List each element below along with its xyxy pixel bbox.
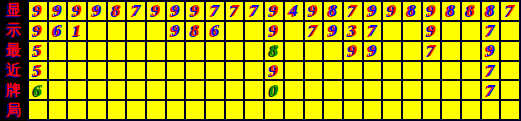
digit: 9 (270, 22, 279, 39)
grid-cell-r4-c3 (68, 62, 86, 80)
grid-cell-r2-c22 (442, 22, 460, 40)
digit: 9 (368, 42, 377, 59)
grid-cell-r3-c13: 8 (265, 42, 283, 60)
grid-cell-r1-c6: 7 (127, 2, 145, 20)
grid-cell-r4-c6 (127, 62, 145, 80)
grid-cell-r2-c4 (88, 22, 106, 40)
grid-cell-r6-c17 (344, 101, 362, 119)
grid-cell-r5-c3 (68, 81, 86, 99)
grid-cell-r5-c15 (305, 81, 323, 99)
grid-cell-r3-c19 (383, 42, 401, 60)
digit: 9 (73, 2, 82, 19)
grid-cell-r1-c13: 9 (265, 2, 283, 20)
grid-cell-r2-c6 (127, 22, 145, 40)
digit: 5 (34, 42, 43, 59)
game-history-grid: 9999879997779498799898887961986979379758… (27, 0, 521, 121)
grid-cell-r5-c2 (49, 81, 67, 99)
grid-cell-r2-c14 (285, 22, 303, 40)
grid-cell-r2-c11 (226, 22, 244, 40)
grid-cell-r5-c23 (462, 81, 480, 99)
grid-cell-r5-c22 (442, 81, 460, 99)
grid-cell-r1-c7: 9 (147, 2, 165, 20)
digit: 9 (34, 2, 43, 19)
grid-cell-r5-c7 (147, 81, 165, 99)
title-char: 最 (0, 40, 27, 60)
grid-cell-r3-c14 (285, 42, 303, 60)
grid-cell-r4-c10 (206, 62, 224, 80)
digit: 1 (73, 22, 82, 39)
grid-cell-r1-c16: 8 (324, 2, 342, 20)
digit: 9 (348, 42, 357, 59)
grid-cell-r4-c11 (226, 62, 244, 80)
grid-cell-r4-c14 (285, 62, 303, 80)
digit: 8 (191, 22, 200, 39)
grid-cell-r6-c12 (245, 101, 263, 119)
grid-cell-r3-c6 (127, 42, 145, 60)
grid-cell-r1-c12: 7 (245, 2, 263, 20)
grid-cell-r6-c15 (305, 101, 323, 119)
digit: 6 (211, 22, 220, 39)
grid-cell-r2-c21: 9 (423, 22, 441, 40)
grid-cell-r5-c21 (423, 81, 441, 99)
grid-cell-r5-c14 (285, 81, 303, 99)
grid-cell-r6-c18 (364, 101, 382, 119)
digit: 7 (506, 2, 515, 19)
grid-cell-r1-c23: 8 (462, 2, 480, 20)
digit: 7 (230, 2, 239, 19)
grid-cell-r4-c15 (305, 62, 323, 80)
digit: 9 (368, 2, 377, 19)
grid-cell-r2-c8: 9 (167, 22, 185, 40)
grid-cell-r1-c10: 7 (206, 2, 224, 20)
grid-cell-r6-c3 (68, 101, 86, 119)
digit: 9 (388, 2, 397, 19)
grid-cell-r4-c1: 5 (29, 62, 47, 80)
grid-cell-r1-c9: 9 (186, 2, 204, 20)
grid-cell-r4-c9 (186, 62, 204, 80)
grid-cell-r3-c24: 9 (482, 42, 500, 60)
grid-cell-r5-c10 (206, 81, 224, 99)
grid-cell-r2-c16: 9 (324, 22, 342, 40)
grid-cell-r1-c18: 9 (364, 2, 382, 20)
grid-cell-r2-c25 (501, 22, 519, 40)
grid-cell-r3-c8 (167, 42, 185, 60)
grid-cell-r5-c25 (501, 81, 519, 99)
grid-cell-r1-c21: 9 (423, 2, 441, 20)
grid-cell-r6-c10 (206, 101, 224, 119)
grid-cell-r4-c19 (383, 62, 401, 80)
digit: 9 (329, 22, 338, 39)
grid-cell-r5-c16 (324, 81, 342, 99)
grid-cell-r4-c17 (344, 62, 362, 80)
grid-cell-r6-c1 (29, 101, 47, 119)
digit: 7 (486, 22, 495, 39)
grid-cell-r6-c23 (462, 101, 480, 119)
grid-cell-r5-c11 (226, 81, 244, 99)
grid-cell-r3-c17: 9 (344, 42, 362, 60)
grid-cell-r1-c19: 9 (383, 2, 401, 20)
grid-cell-r6-c2 (49, 101, 67, 119)
grid-cell-r2-c24: 7 (482, 22, 500, 40)
grid-cell-r1-c5: 8 (108, 2, 126, 20)
grid-cell-r5-c4 (88, 81, 106, 99)
grid-cell-r4-c21 (423, 62, 441, 80)
grid-cell-r4-c22 (442, 62, 460, 80)
grid-cell-r4-c13: 9 (265, 62, 283, 80)
digit: 8 (408, 2, 417, 19)
title-char: 显 (0, 0, 27, 20)
grid-cell-r6-c13 (265, 101, 283, 119)
digit: 8 (112, 2, 121, 19)
grid-cell-r5-c12 (245, 81, 263, 99)
grid-cell-r1-c20: 8 (403, 2, 421, 20)
grid-cell-r3-c4 (88, 42, 106, 60)
digit: 8 (467, 2, 476, 19)
grid-cell-r6-c20 (403, 101, 421, 119)
grid-cell-r1-c11: 7 (226, 2, 244, 20)
digit: 6 (53, 22, 62, 39)
grid-cell-r3-c25 (501, 42, 519, 60)
grid-cell-r6-c7 (147, 101, 165, 119)
grid-cell-r1-c4: 9 (88, 2, 106, 20)
digit: 3 (348, 22, 357, 39)
grid-cell-r1-c22: 8 (442, 2, 460, 20)
grid-cell-r4-c23 (462, 62, 480, 80)
grid-cell-r2-c12 (245, 22, 263, 40)
grid-cell-r6-c9 (186, 101, 204, 119)
grid-cell-r4-c16 (324, 62, 342, 80)
grid-cell-r5-c17 (344, 81, 362, 99)
grid-cell-r1-c2: 9 (49, 2, 67, 20)
grid-cell-r4-c24: 7 (482, 62, 500, 80)
grid-cell-r1-c1: 9 (29, 2, 47, 20)
digit: 7 (250, 2, 259, 19)
grid-cell-r4-c20 (403, 62, 421, 80)
digit: 8 (329, 2, 338, 19)
digit: 9 (270, 62, 279, 79)
digit: 9 (270, 2, 279, 19)
digit: 7 (486, 82, 495, 99)
grid-cell-r3-c12 (245, 42, 263, 60)
grid-cell-r3-c20 (403, 42, 421, 60)
grid-cell-r5-c1: 6 (29, 81, 47, 99)
grid-cell-r6-c24 (482, 101, 500, 119)
grid-cell-r4-c8 (167, 62, 185, 80)
grid-cell-r3-c1: 5 (29, 42, 47, 60)
grid-cell-r4-c5 (108, 62, 126, 80)
grid-cell-r6-c8 (167, 101, 185, 119)
title-char: 牌 (0, 81, 27, 101)
digit: 8 (270, 42, 279, 59)
grid-cell-r3-c10 (206, 42, 224, 60)
grid-cell-r5-c6 (127, 81, 145, 99)
digit: 7 (427, 42, 436, 59)
grid-cell-r2-c1: 9 (29, 22, 47, 40)
digit: 9 (93, 2, 102, 19)
grid-cell-r3-c5 (108, 42, 126, 60)
digit: 9 (34, 22, 43, 39)
grid-cell-r3-c15 (305, 42, 323, 60)
grid-cell-r2-c17: 3 (344, 22, 362, 40)
grid-cell-r2-c7 (147, 22, 165, 40)
digit: 9 (427, 22, 436, 39)
grid-cell-r3-c3 (68, 42, 86, 60)
digit: 4 (289, 2, 298, 19)
grid-cell-r4-c18 (364, 62, 382, 80)
grid-cell-r5-c19 (383, 81, 401, 99)
grid-cell-r3-c16 (324, 42, 342, 60)
title-char: 示 (0, 20, 27, 40)
grid-cell-r6-c5 (108, 101, 126, 119)
grid-cell-r6-c25 (501, 101, 519, 119)
grid-cell-r1-c8: 9 (167, 2, 185, 20)
grid-cell-r4-c12 (245, 62, 263, 80)
grid-cell-r5-c24: 7 (482, 81, 500, 99)
grid-cell-r5-c13: 0 (265, 81, 283, 99)
grid-cell-r2-c9: 8 (186, 22, 204, 40)
grid-cell-r4-c7 (147, 62, 165, 80)
grid-cell-r2-c10: 6 (206, 22, 224, 40)
grid-cell-r3-c7 (147, 42, 165, 60)
title-char: 近 (0, 61, 27, 81)
digit: 9 (171, 2, 180, 19)
digit: 7 (211, 2, 220, 19)
grid-cell-r6-c21 (423, 101, 441, 119)
grid-cell-r5-c9 (186, 81, 204, 99)
grid-cell-r2-c18: 7 (364, 22, 382, 40)
digit: 7 (486, 62, 495, 79)
grid-cell-r6-c16 (324, 101, 342, 119)
grid-cell-r2-c20 (403, 22, 421, 40)
grid-cell-r1-c24: 8 (482, 2, 500, 20)
grid-cell-r1-c25: 7 (501, 2, 519, 20)
grid-cell-r1-c17: 7 (344, 2, 362, 20)
grid-cell-r6-c6 (127, 101, 145, 119)
grid-cell-r3-c23 (462, 42, 480, 60)
grid-cell-r2-c23 (462, 22, 480, 40)
digit: 7 (348, 2, 357, 19)
grid-cell-r3-c18: 9 (364, 42, 382, 60)
grid-cell-r5-c18 (364, 81, 382, 99)
grid-cell-r6-c4 (88, 101, 106, 119)
digit: 9 (309, 2, 318, 19)
grid-cell-r4-c2 (49, 62, 67, 80)
grid-cell-r5-c5 (108, 81, 126, 99)
grid-cell-r4-c25 (501, 62, 519, 80)
grid-cell-r1-c15: 9 (305, 2, 323, 20)
grid-cell-r3-c2 (49, 42, 67, 60)
grid-cell-r2-c2: 6 (49, 22, 67, 40)
title-char: 局 (0, 101, 27, 121)
grid-cell-r2-c3: 1 (68, 22, 86, 40)
grid-cell-r6-c22 (442, 101, 460, 119)
digit: 9 (191, 2, 200, 19)
digit: 7 (309, 22, 318, 39)
board-title-vertical: 显示最近牌局 (0, 0, 27, 121)
digit: 9 (486, 42, 495, 59)
grid-cell-r1-c14: 4 (285, 2, 303, 20)
grid-cell-r2-c15: 7 (305, 22, 323, 40)
grid-cell-r2-c19 (383, 22, 401, 40)
grid-cell-r6-c11 (226, 101, 244, 119)
digit: 9 (152, 2, 161, 19)
grid-cell-r1-c3: 9 (68, 2, 86, 20)
grid-cell-r5-c8 (167, 81, 185, 99)
grid-cell-r5-c20 (403, 81, 421, 99)
digit: 8 (486, 2, 495, 19)
digit: 6 (34, 82, 43, 99)
grid-cell-r6-c14 (285, 101, 303, 119)
grid-cell-r2-c5 (108, 22, 126, 40)
grid-cell-r4-c4 (88, 62, 106, 80)
grid-cell-r3-c9 (186, 42, 204, 60)
digit: 7 (132, 2, 141, 19)
grid-cell-r3-c22 (442, 42, 460, 60)
grid-cell-r6-c19 (383, 101, 401, 119)
recent-games-board: 显示最近牌局 999987999777949879989888796198697… (0, 0, 521, 121)
grid-cell-r2-c13: 9 (265, 22, 283, 40)
grid-cell-r3-c21: 7 (423, 42, 441, 60)
digit: 5 (34, 62, 43, 79)
digit: 7 (368, 22, 377, 39)
digit: 0 (270, 82, 279, 99)
digit: 9 (171, 22, 180, 39)
grid-cell-r3-c11 (226, 42, 244, 60)
digit: 9 (427, 2, 436, 19)
digit: 8 (447, 2, 456, 19)
digit: 9 (53, 2, 62, 19)
